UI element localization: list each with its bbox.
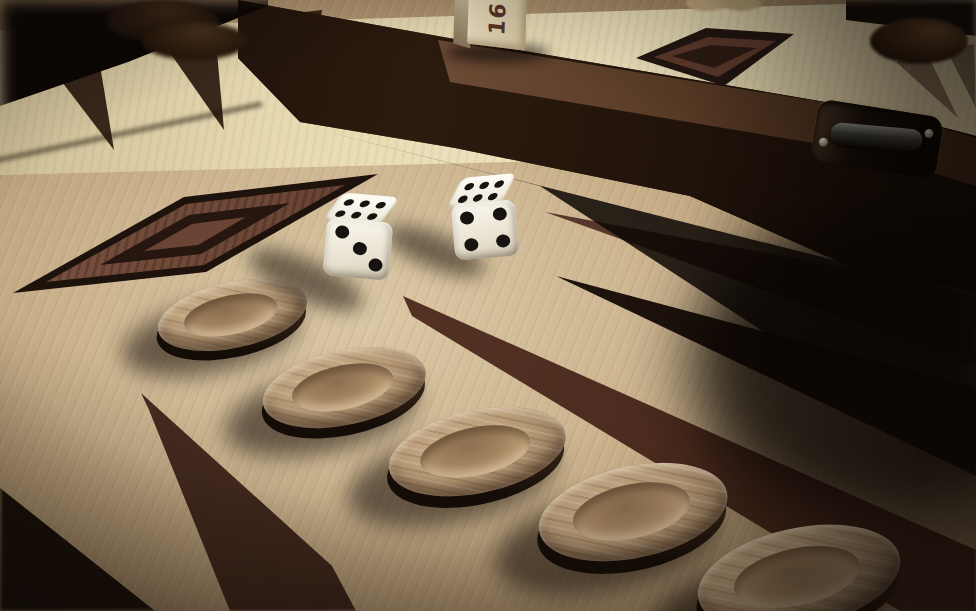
- vignette: [0, 0, 976, 611]
- backgammon-board-photo: 16: [0, 0, 976, 611]
